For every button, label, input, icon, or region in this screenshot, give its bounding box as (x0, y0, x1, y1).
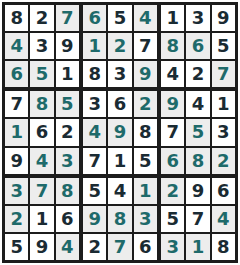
cell-r2c6[interactable]: 7 (134, 33, 157, 59)
cell-r6c9[interactable]: 2 (212, 148, 235, 174)
cell-r8c2[interactable]: 1 (30, 206, 53, 232)
cell-r9c2[interactable]: 9 (30, 234, 53, 260)
box-8: 541983276 (83, 178, 157, 260)
cell-r2c5[interactable]: 2 (108, 33, 131, 59)
cell-r7c5[interactable]: 4 (108, 178, 131, 204)
cell-r7c9[interactable]: 6 (212, 178, 235, 204)
cell-r8c3[interactable]: 6 (56, 206, 79, 232)
cell-r9c3[interactable]: 4 (56, 234, 79, 260)
box-3: 139865427 (161, 5, 235, 87)
cell-r8c6[interactable]: 3 (134, 206, 157, 232)
cell-r4c4[interactable]: 3 (83, 91, 106, 117)
cell-r6c3[interactable]: 3 (56, 148, 79, 174)
cell-r4c3[interactable]: 5 (56, 91, 79, 117)
cell-r5c1[interactable]: 1 (5, 119, 28, 145)
cell-r7c3[interactable]: 8 (56, 178, 79, 204)
cell-r4c6[interactable]: 2 (134, 91, 157, 117)
cell-r5c4[interactable]: 4 (83, 119, 106, 145)
cell-r1c1[interactable]: 8 (5, 5, 28, 31)
cell-r2c1[interactable]: 4 (5, 33, 28, 59)
cell-r4c1[interactable]: 7 (5, 91, 28, 117)
box-2: 654127839 (83, 5, 157, 87)
cell-r1c6[interactable]: 4 (134, 5, 157, 31)
cell-r9c8[interactable]: 1 (186, 234, 209, 260)
box-9: 296574318 (161, 178, 235, 260)
cell-r1c3[interactable]: 7 (56, 5, 79, 31)
box-1: 827439651 (5, 5, 79, 87)
cell-r5c3[interactable]: 2 (56, 119, 79, 145)
cell-r9c4[interactable]: 2 (83, 234, 106, 260)
cell-r6c4[interactable]: 7 (83, 148, 106, 174)
cell-r1c5[interactable]: 5 (108, 5, 131, 31)
cell-r8c7[interactable]: 5 (161, 206, 184, 232)
cell-r4c9[interactable]: 1 (212, 91, 235, 117)
box-5: 362498715 (83, 91, 157, 173)
cell-r7c2[interactable]: 7 (30, 178, 53, 204)
cell-r9c9[interactable]: 8 (212, 234, 235, 260)
cell-r8c9[interactable]: 4 (212, 206, 235, 232)
cell-r9c6[interactable]: 6 (134, 234, 157, 260)
cell-r8c1[interactable]: 2 (5, 206, 28, 232)
cell-r2c9[interactable]: 5 (212, 33, 235, 59)
box-7: 378216594 (5, 178, 79, 260)
cell-r4c5[interactable]: 6 (108, 91, 131, 117)
cell-r3c1[interactable]: 6 (5, 61, 28, 87)
cell-r3c7[interactable]: 4 (161, 61, 184, 87)
cell-r7c4[interactable]: 5 (83, 178, 106, 204)
cell-r5c6[interactable]: 8 (134, 119, 157, 145)
cell-r5c8[interactable]: 5 (186, 119, 209, 145)
cell-r6c2[interactable]: 4 (30, 148, 53, 174)
cell-r2c3[interactable]: 9 (56, 33, 79, 59)
cell-r2c2[interactable]: 3 (30, 33, 53, 59)
cell-r1c7[interactable]: 1 (161, 5, 184, 31)
cell-r3c9[interactable]: 7 (212, 61, 235, 87)
box-4: 785162943 (5, 91, 79, 173)
cell-r3c5[interactable]: 3 (108, 61, 131, 87)
cell-r6c5[interactable]: 1 (108, 148, 131, 174)
cell-r9c1[interactable]: 5 (5, 234, 28, 260)
cell-r2c8[interactable]: 6 (186, 33, 209, 59)
cell-r8c5[interactable]: 8 (108, 206, 131, 232)
cell-r6c1[interactable]: 9 (5, 148, 28, 174)
cell-r3c3[interactable]: 1 (56, 61, 79, 87)
cell-r6c8[interactable]: 8 (186, 148, 209, 174)
cell-r5c5[interactable]: 9 (108, 119, 131, 145)
cell-r8c4[interactable]: 9 (83, 206, 106, 232)
cell-r5c2[interactable]: 6 (30, 119, 53, 145)
cell-r7c8[interactable]: 9 (186, 178, 209, 204)
box-6: 941753682 (161, 91, 235, 173)
cell-r3c8[interactable]: 2 (186, 61, 209, 87)
cell-r3c6[interactable]: 9 (134, 61, 157, 87)
cell-r4c2[interactable]: 8 (30, 91, 53, 117)
cell-r1c8[interactable]: 3 (186, 5, 209, 31)
cell-r5c7[interactable]: 7 (161, 119, 184, 145)
cell-r1c9[interactable]: 9 (212, 5, 235, 31)
cell-r9c7[interactable]: 3 (161, 234, 184, 260)
cell-r3c4[interactable]: 8 (83, 61, 106, 87)
cell-r1c2[interactable]: 2 (30, 5, 53, 31)
cell-r7c7[interactable]: 2 (161, 178, 184, 204)
cell-r4c8[interactable]: 4 (186, 91, 209, 117)
cell-r7c1[interactable]: 3 (5, 178, 28, 204)
cell-r2c4[interactable]: 1 (83, 33, 106, 59)
cell-r5c9[interactable]: 3 (212, 119, 235, 145)
cell-r2c7[interactable]: 8 (161, 33, 184, 59)
cell-r9c5[interactable]: 7 (108, 234, 131, 260)
cell-r1c4[interactable]: 6 (83, 5, 106, 31)
sudoku-board: 8274396516541278391398654277851629433624… (2, 2, 238, 263)
cell-r3c2[interactable]: 5 (30, 61, 53, 87)
cell-r6c6[interactable]: 5 (134, 148, 157, 174)
cell-r4c7[interactable]: 9 (161, 91, 184, 117)
cell-r7c6[interactable]: 1 (134, 178, 157, 204)
cell-r8c8[interactable]: 7 (186, 206, 209, 232)
cell-r6c7[interactable]: 6 (161, 148, 184, 174)
